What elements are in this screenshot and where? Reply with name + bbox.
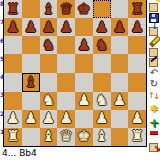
square-f2[interactable]: ♟ <box>93 110 111 128</box>
square-c7[interactable]: ♟ <box>40 18 58 36</box>
sparkle-icon: * <box>156 0 160 7</box>
square-e8[interactable]: ♚ <box>75 0 93 18</box>
square-f6[interactable]: ♞ <box>93 36 111 54</box>
square-c3[interactable]: ♞ <box>40 92 58 110</box>
move-navigation-icon[interactable]: ↑ ↓ <box>149 91 159 102</box>
remove-icon[interactable] <box>149 128 159 139</box>
square-f1[interactable]: ♝ <box>93 128 111 146</box>
square-c8[interactable]: ♝ <box>40 0 58 18</box>
black-pawn-d7: ♟ <box>59 19 72 36</box>
square-b6[interactable] <box>22 36 40 54</box>
square-h7[interactable]: ♟ <box>128 18 146 36</box>
white-bishop-c1: ♝ <box>42 128 55 145</box>
square-d8[interactable]: ♛ <box>57 0 75 18</box>
square-g6[interactable] <box>111 36 129 54</box>
square-h6[interactable] <box>128 36 146 54</box>
square-e4[interactable] <box>75 73 93 92</box>
new-game-icon[interactable]: * <box>149 1 159 12</box>
square-e3[interactable]: ♟ <box>75 92 93 110</box>
square-c5[interactable] <box>40 54 58 72</box>
white-pawn-b2: ♟ <box>24 110 37 127</box>
square-d4[interactable] <box>57 73 75 92</box>
white-rook-h1: ♜ <box>130 128 143 145</box>
white-pawn-h2: ♟ <box>130 110 143 127</box>
black-rook-a8: ♜ <box>6 1 19 18</box>
square-d3[interactable] <box>57 92 75 110</box>
black-pawn-f7: ♟ <box>95 19 108 36</box>
undo-arrow-icon: ↶ <box>149 67 159 78</box>
black-pawn-b7: ♟ <box>24 19 37 36</box>
load-icon[interactable]: ↓ <box>149 25 159 36</box>
white-pawn-e3: ♟ <box>77 92 90 109</box>
square-e6[interactable]: ♟ <box>75 36 93 54</box>
black-bishop-b4: ♝ <box>24 74 37 91</box>
exit-arrow-icon: ↘ <box>153 145 160 154</box>
square-a6[interactable] <box>4 36 22 54</box>
plus-icon: + <box>149 118 159 128</box>
black-knight-f6: ♞ <box>95 37 108 54</box>
square-b2[interactable]: ♟ <box>22 110 40 128</box>
square-d7[interactable]: ♟ <box>57 18 75 36</box>
square-h1[interactable]: ♜ <box>128 128 146 146</box>
square-h5[interactable] <box>128 54 146 72</box>
square-c6[interactable]: ♞ <box>40 36 58 54</box>
down-arrow-icon: ↓ <box>153 92 160 102</box>
exit-icon[interactable]: ↘ <box>149 141 159 152</box>
rotate-arrows-icon: ↻ <box>149 78 159 89</box>
square-c2[interactable]: ♟ <box>40 110 58 128</box>
square-a4[interactable] <box>4 73 22 92</box>
black-pawn-e6: ♟ <box>77 37 90 54</box>
square-g8[interactable] <box>111 0 129 18</box>
square-c1[interactable]: ♝ <box>40 128 58 146</box>
square-a3[interactable] <box>4 92 22 110</box>
square-h2[interactable]: ♟ <box>128 110 146 128</box>
square-g3[interactable]: ♟ <box>111 92 129 110</box>
square-f7[interactable]: ♟ <box>93 18 111 36</box>
chess-board: ♜♝♛♚♜♟♟♟♟♟♟♟♞♟♞♝♞♟♞♟♟♟♟♟♟♟♜♝♛♚♝♜ <box>3 0 147 147</box>
white-bishop-f1: ♝ <box>95 128 108 145</box>
square-e5[interactable] <box>75 54 93 72</box>
white-knight-f3: ♞ <box>95 92 108 109</box>
square-g2[interactable] <box>111 110 129 128</box>
square-f4[interactable] <box>93 73 111 92</box>
white-knight-c3: ♞ <box>42 92 55 109</box>
square-f5[interactable] <box>93 54 111 72</box>
toolbar: * ↓ ↶ ↻ ↑ ↓ * + ↘ <box>148 0 160 160</box>
square-g5[interactable] <box>111 54 129 72</box>
square-b3[interactable] <box>22 92 40 110</box>
square-f8[interactable] <box>93 0 111 18</box>
square-b5[interactable] <box>22 54 40 72</box>
white-pawn-d2: ♟ <box>59 110 72 127</box>
down-arrow-icon: ↓ <box>151 22 159 31</box>
square-d2[interactable]: ♟ <box>57 110 75 128</box>
black-king-e8: ♚ <box>77 1 90 18</box>
black-pawn-h7: ♟ <box>130 19 143 36</box>
square-e1[interactable]: ♚ <box>75 128 93 146</box>
white-pawn-g3: ♟ <box>113 92 126 109</box>
square-d5[interactable] <box>57 54 75 72</box>
rotate-icon[interactable]: ↻ <box>149 78 159 89</box>
undo-icon[interactable]: ↶ <box>149 67 159 78</box>
black-bishop-c8: ♝ <box>42 1 55 18</box>
black-pawn-a7: ♟ <box>6 19 19 36</box>
square-b8[interactable] <box>22 0 40 18</box>
square-g7[interactable]: ♟ <box>111 18 129 36</box>
square-e7[interactable] <box>75 18 93 36</box>
square-a1[interactable]: ♜ <box>4 128 22 146</box>
square-d1[interactable]: ♛ <box>57 128 75 146</box>
minus-icon <box>150 131 158 135</box>
white-king-e1: ♚ <box>77 128 90 145</box>
square-h3[interactable] <box>128 92 146 110</box>
square-g4[interactable] <box>111 73 129 92</box>
last-move-text: 4... Bb4 <box>2 147 37 160</box>
white-rook-a1: ♜ <box>6 128 19 145</box>
square-e2[interactable] <box>75 110 93 128</box>
black-knight-c6: ♞ <box>42 37 55 54</box>
square-b7[interactable]: ♟ <box>22 18 40 36</box>
burst-icon: * <box>149 105 159 115</box>
square-a8[interactable]: ♜ <box>4 0 22 18</box>
setup-position-icon[interactable] <box>149 56 159 67</box>
black-queen-d8: ♛ <box>59 1 72 18</box>
status-bar: 4... Bb4 <box>0 147 148 160</box>
square-b1[interactable] <box>22 128 40 146</box>
square-d6[interactable] <box>57 36 75 54</box>
square-f3[interactable]: ♞ <box>93 92 111 110</box>
board-grid: ♜♝♛♚♜♟♟♟♟♟♟♟♞♟♞♝♞♟♞♟♟♟♟♟♟♟♜♝♛♚♝♜ <box>4 0 146 146</box>
white-pawn-f2: ♟ <box>95 110 108 127</box>
square-h8[interactable]: ♜ <box>128 0 146 18</box>
square-c4[interactable] <box>40 73 58 92</box>
black-rook-h8: ♜ <box>130 1 143 18</box>
hint-icon[interactable]: * <box>149 105 159 116</box>
square-a5[interactable] <box>4 54 22 72</box>
white-pawn-c2: ♟ <box>42 110 55 127</box>
white-queen-d1: ♛ <box>59 128 72 145</box>
black-pawn-c7: ♟ <box>42 19 55 36</box>
square-a2[interactable]: ♟ <box>4 110 22 128</box>
square-g1[interactable] <box>111 128 129 146</box>
square-a7[interactable]: ♟ <box>4 18 22 36</box>
white-pawn-a2: ♟ <box>6 110 19 127</box>
square-b4[interactable]: ♝ <box>22 73 40 92</box>
square-h4[interactable] <box>128 73 146 92</box>
black-pawn-g7: ♟ <box>113 19 126 36</box>
